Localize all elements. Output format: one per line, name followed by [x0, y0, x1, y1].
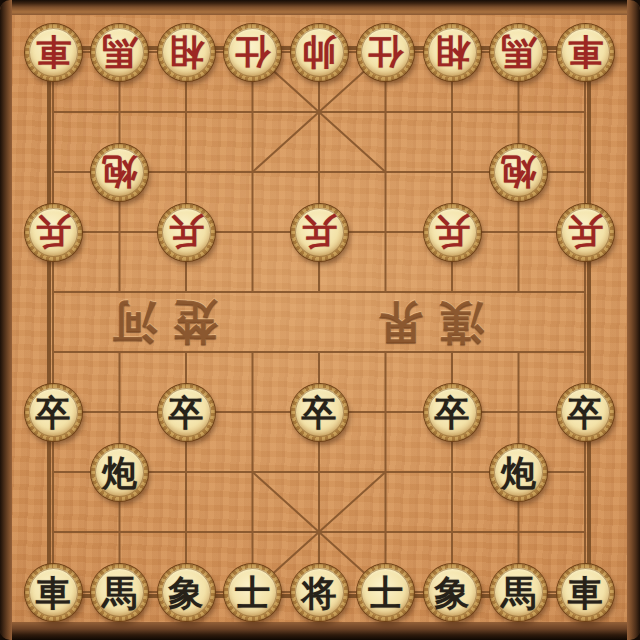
piece-face: 車: [561, 568, 610, 617]
piece-glyph: 帅: [302, 35, 337, 70]
piece-glyph: 兵: [169, 215, 204, 250]
piece-glyph: 兵: [435, 215, 470, 250]
piece-glyph: 兵: [36, 215, 71, 250]
piece-glyph: 卒: [568, 395, 603, 430]
piece-glyph: 兵: [302, 215, 337, 250]
piece-black-advisor[interactable]: 士: [357, 564, 414, 621]
piece-face: 馬: [494, 28, 543, 77]
piece-face: 将: [295, 568, 344, 617]
piece-red-cannon[interactable]: 炮: [91, 144, 148, 201]
piece-black-chariot[interactable]: 車: [25, 564, 82, 621]
piece-glyph: 馬: [501, 575, 536, 610]
piece-face: 士: [228, 568, 277, 617]
piece-face: 帅: [295, 28, 344, 77]
piece-glyph: 炮: [102, 455, 137, 490]
piece-black-advisor[interactable]: 士: [224, 564, 281, 621]
piece-face: 仕: [228, 28, 277, 77]
piece-black-horse[interactable]: 馬: [490, 564, 547, 621]
piece-glyph: 相: [435, 35, 470, 70]
piece-glyph: 卒: [169, 395, 204, 430]
piece-red-advisor[interactable]: 仕: [224, 24, 281, 81]
piece-face: 士: [361, 568, 410, 617]
piece-red-soldier[interactable]: 兵: [158, 204, 215, 261]
piece-glyph: 将: [302, 575, 337, 610]
piece-black-soldier[interactable]: 卒: [557, 384, 614, 441]
piece-face: 炮: [494, 448, 543, 497]
piece-glyph: 象: [435, 575, 470, 610]
piece-red-soldier[interactable]: 兵: [25, 204, 82, 261]
piece-face: 馬: [95, 568, 144, 617]
piece-face: 相: [428, 28, 477, 77]
piece-face: 卒: [295, 388, 344, 437]
piece-face: 炮: [494, 148, 543, 197]
piece-glyph: 卒: [36, 395, 71, 430]
piece-face: 兵: [561, 208, 610, 257]
piece-glyph: 車: [568, 35, 603, 70]
piece-face: 卒: [428, 388, 477, 437]
piece-black-soldier[interactable]: 卒: [424, 384, 481, 441]
piece-red-soldier[interactable]: 兵: [291, 204, 348, 261]
piece-black-elephant[interactable]: 象: [424, 564, 481, 621]
piece-face: 象: [162, 568, 211, 617]
piece-face: 炮: [95, 148, 144, 197]
piece-glyph: 卒: [435, 395, 470, 430]
board-frame: 楚河 漢界 車馬相仕帅仕相馬車炮炮兵兵兵兵兵卒卒卒卒卒炮炮車馬象士将士象馬車: [0, 0, 640, 640]
piece-face: 象: [428, 568, 477, 617]
piece-face: 車: [561, 28, 610, 77]
piece-glyph: 相: [169, 35, 204, 70]
piece-glyph: 馬: [102, 35, 137, 70]
piece-red-horse[interactable]: 馬: [490, 24, 547, 81]
piece-black-soldier[interactable]: 卒: [291, 384, 348, 441]
piece-black-soldier[interactable]: 卒: [158, 384, 215, 441]
piece-face: 兵: [295, 208, 344, 257]
piece-black-cannon[interactable]: 炮: [490, 444, 547, 501]
piece-glyph: 車: [36, 35, 71, 70]
river-inscription-right: 漢界: [362, 296, 484, 348]
piece-glyph: 象: [169, 575, 204, 610]
piece-red-soldier[interactable]: 兵: [424, 204, 481, 261]
piece-glyph: 士: [235, 575, 270, 610]
piece-face: 兵: [428, 208, 477, 257]
piece-red-soldier[interactable]: 兵: [557, 204, 614, 261]
piece-glyph: 仕: [235, 35, 270, 70]
piece-face: 車: [29, 28, 78, 77]
piece-glyph: 卒: [302, 395, 337, 430]
piece-red-cannon[interactable]: 炮: [490, 144, 547, 201]
piece-face: 相: [162, 28, 211, 77]
piece-red-general[interactable]: 帅: [291, 24, 348, 81]
piece-red-elephant[interactable]: 相: [424, 24, 481, 81]
piece-face: 馬: [494, 568, 543, 617]
piece-face: 卒: [162, 388, 211, 437]
piece-black-horse[interactable]: 馬: [91, 564, 148, 621]
piece-glyph: 兵: [568, 215, 603, 250]
piece-glyph: 炮: [501, 155, 536, 190]
piece-glyph: 車: [568, 575, 603, 610]
piece-red-chariot[interactable]: 車: [25, 24, 82, 81]
piece-glyph: 馬: [501, 35, 536, 70]
piece-glyph: 炮: [102, 155, 137, 190]
piece-glyph: 炮: [501, 455, 536, 490]
piece-red-chariot[interactable]: 車: [557, 24, 614, 81]
piece-face: 卒: [29, 388, 78, 437]
piece-face: 兵: [162, 208, 211, 257]
piece-red-elephant[interactable]: 相: [158, 24, 215, 81]
piece-face: 車: [29, 568, 78, 617]
piece-black-chariot[interactable]: 車: [557, 564, 614, 621]
river-inscription-left: 楚河: [96, 296, 218, 348]
piece-face: 卒: [561, 388, 610, 437]
piece-face: 炮: [95, 448, 144, 497]
piece-glyph: 車: [36, 575, 71, 610]
xiangqi-app: 楚河 漢界 車馬相仕帅仕相馬車炮炮兵兵兵兵兵卒卒卒卒卒炮炮車馬象士将士象馬車: [0, 0, 640, 640]
piece-glyph: 士: [368, 575, 403, 610]
piece-black-cannon[interactable]: 炮: [91, 444, 148, 501]
piece-face: 仕: [361, 28, 410, 77]
piece-black-general[interactable]: 将: [291, 564, 348, 621]
piece-black-soldier[interactable]: 卒: [25, 384, 82, 441]
piece-red-advisor[interactable]: 仕: [357, 24, 414, 81]
piece-glyph: 馬: [102, 575, 137, 610]
piece-face: 馬: [95, 28, 144, 77]
piece-black-elephant[interactable]: 象: [158, 564, 215, 621]
piece-face: 兵: [29, 208, 78, 257]
piece-glyph: 仕: [368, 35, 403, 70]
piece-red-horse[interactable]: 馬: [91, 24, 148, 81]
